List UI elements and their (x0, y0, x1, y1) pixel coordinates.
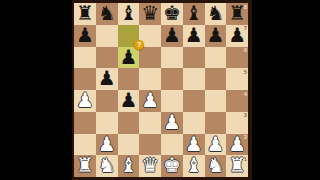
square-c4[interactable]: ♟ (118, 90, 140, 112)
square-a7[interactable]: ♟ (74, 25, 96, 47)
square-c3[interactable] (118, 112, 140, 134)
square-b6[interactable] (96, 47, 118, 69)
square-g1[interactable]: ♞ (205, 155, 227, 177)
square-a5[interactable] (74, 68, 96, 90)
square-f4[interactable] (183, 90, 205, 112)
square-h1[interactable]: ♜1 (226, 155, 248, 177)
square-d1[interactable]: ♛ (139, 155, 161, 177)
square-d5[interactable] (139, 68, 161, 90)
app-background: ♜♞♝♛♚♝♞♜8♟♟♟♟♟7♟6♟5♟♟♟4♟3♟♟♟♟2♜♞♝♛♚♝♞♜1? (0, 0, 320, 180)
square-b5[interactable]: ♟ (96, 68, 118, 90)
square-d6[interactable] (139, 47, 161, 69)
square-e8[interactable]: ♚ (161, 3, 183, 25)
piece-white-king[interactable]: ♚ (163, 155, 181, 177)
chess-board-frame: ♜♞♝♛♚♝♞♜8♟♟♟♟♟7♟6♟5♟♟♟4♟3♟♟♟♟2♜♞♝♛♚♝♞♜1? (72, 0, 252, 180)
square-f7[interactable]: ♟ (183, 25, 205, 47)
square-f5[interactable] (183, 68, 205, 90)
piece-black-pawn[interactable]: ♟ (119, 47, 137, 69)
piece-white-knight[interactable]: ♞ (98, 155, 116, 177)
piece-black-pawn[interactable]: ♟ (185, 25, 203, 47)
square-h6[interactable]: 6 (226, 47, 248, 69)
square-e4[interactable] (161, 90, 183, 112)
square-g5[interactable] (205, 68, 227, 90)
square-h2[interactable]: ♟2 (226, 134, 248, 156)
piece-black-pawn[interactable]: ♟ (206, 25, 224, 47)
chess-board: ♜♞♝♛♚♝♞♜8♟♟♟♟♟7♟6♟5♟♟♟4♟3♟♟♟♟2♜♞♝♛♚♝♞♜1? (74, 3, 248, 177)
rank-label-6: 6 (244, 47, 247, 53)
piece-white-rook[interactable]: ♜ (76, 155, 94, 177)
piece-black-knight[interactable]: ♞ (206, 3, 224, 25)
square-h4[interactable]: 4 (226, 90, 248, 112)
square-g8[interactable]: ♞ (205, 3, 227, 25)
square-f3[interactable] (183, 112, 205, 134)
rank-label-3: 3 (244, 112, 247, 118)
piece-white-pawn[interactable]: ♟ (76, 90, 94, 112)
piece-white-pawn[interactable]: ♟ (228, 134, 246, 156)
square-a1[interactable]: ♜ (74, 155, 96, 177)
piece-black-pawn[interactable]: ♟ (76, 25, 94, 47)
piece-white-pawn[interactable]: ♟ (206, 134, 224, 156)
square-b3[interactable] (96, 112, 118, 134)
piece-white-queen[interactable]: ♛ (141, 155, 159, 177)
piece-white-pawn[interactable]: ♟ (185, 134, 203, 156)
square-g2[interactable]: ♟ (205, 134, 227, 156)
square-f2[interactable]: ♟ (183, 134, 205, 156)
square-g6[interactable] (205, 47, 227, 69)
square-e2[interactable] (161, 134, 183, 156)
square-h5[interactable]: 5 (226, 68, 248, 90)
piece-black-bishop[interactable]: ♝ (185, 3, 203, 25)
piece-white-knight[interactable]: ♞ (206, 155, 224, 177)
rank-label-2: 2 (244, 134, 247, 140)
square-c2[interactable] (118, 134, 140, 156)
square-c1[interactable]: ♝ (118, 155, 140, 177)
rank-label-1: 1 (244, 156, 247, 162)
square-e5[interactable] (161, 68, 183, 90)
piece-black-pawn[interactable]: ♟ (163, 25, 181, 47)
square-e3[interactable]: ♟ (161, 112, 183, 134)
square-d2[interactable] (139, 134, 161, 156)
piece-black-pawn[interactable]: ♟ (228, 25, 246, 47)
piece-black-bishop[interactable]: ♝ (119, 3, 137, 25)
piece-black-knight[interactable]: ♞ (98, 3, 116, 25)
piece-white-pawn[interactable]: ♟ (141, 90, 159, 112)
square-e7[interactable]: ♟ (161, 25, 183, 47)
square-c8[interactable]: ♝ (118, 3, 140, 25)
square-a2[interactable] (74, 134, 96, 156)
square-b4[interactable] (96, 90, 118, 112)
piece-black-rook[interactable]: ♜ (76, 3, 94, 25)
square-c6[interactable]: ♟ (118, 47, 140, 69)
piece-black-king[interactable]: ♚ (163, 3, 181, 25)
rank-label-7: 7 (244, 25, 247, 31)
square-e1[interactable]: ♚ (161, 155, 183, 177)
square-b2[interactable]: ♟ (96, 134, 118, 156)
rank-label-5: 5 (244, 69, 247, 75)
square-b1[interactable]: ♞ (96, 155, 118, 177)
square-a8[interactable]: ♜ (74, 3, 96, 25)
square-h7[interactable]: ♟7 (226, 25, 248, 47)
square-f6[interactable] (183, 47, 205, 69)
piece-white-bishop[interactable]: ♝ (185, 155, 203, 177)
piece-white-pawn[interactable]: ♟ (98, 134, 116, 156)
square-g7[interactable]: ♟ (205, 25, 227, 47)
square-d8[interactable]: ♛ (139, 3, 161, 25)
piece-white-pawn[interactable]: ♟ (163, 112, 181, 134)
square-a4[interactable]: ♟ (74, 90, 96, 112)
piece-white-bishop[interactable]: ♝ (119, 155, 137, 177)
rank-label-4: 4 (244, 91, 247, 97)
square-g4[interactable] (205, 90, 227, 112)
square-e6[interactable] (161, 47, 183, 69)
square-c5[interactable] (118, 68, 140, 90)
square-b8[interactable]: ♞ (96, 3, 118, 25)
square-g3[interactable] (205, 112, 227, 134)
piece-black-rook[interactable]: ♜ (228, 3, 246, 25)
square-h8[interactable]: ♜8 (226, 3, 248, 25)
piece-white-rook[interactable]: ♜ (228, 155, 246, 177)
square-d4[interactable]: ♟ (139, 90, 161, 112)
piece-black-pawn[interactable]: ♟ (119, 90, 137, 112)
piece-black-queen[interactable]: ♛ (141, 3, 159, 25)
square-f1[interactable]: ♝ (183, 155, 205, 177)
rank-label-8: 8 (244, 4, 247, 10)
square-a3[interactable] (74, 112, 96, 134)
square-a6[interactable] (74, 47, 96, 69)
square-h3[interactable]: 3 (226, 112, 248, 134)
piece-black-pawn[interactable]: ♟ (98, 68, 116, 90)
square-d3[interactable] (139, 112, 161, 134)
square-f8[interactable]: ♝ (183, 3, 205, 25)
square-b7[interactable] (96, 25, 118, 47)
